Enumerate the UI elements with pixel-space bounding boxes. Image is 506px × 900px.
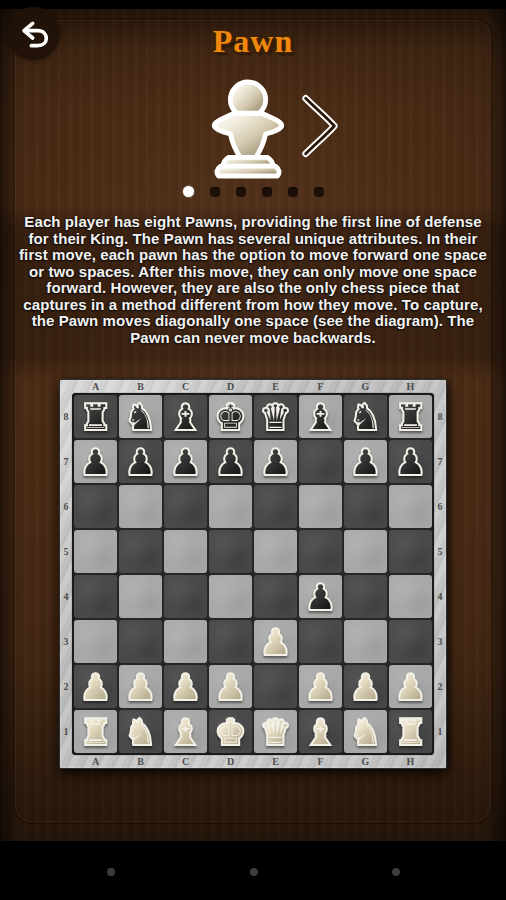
square-f7 [299, 440, 342, 483]
square-d6 [209, 485, 252, 528]
white-pawn-icon: ♟♟ [299, 665, 342, 708]
pawn-hero-icon [201, 75, 295, 179]
square-g8: ♞♞ [344, 395, 387, 438]
square-h8: ♜♜ [389, 395, 432, 438]
square-b8: ♞♞ [119, 395, 162, 438]
black-pawn-icon: ♟♟ [164, 440, 207, 483]
square-a7: ♟♟ [74, 440, 117, 483]
android-nav-bar [0, 841, 506, 900]
black-knight-icon: ♞♞ [344, 395, 387, 438]
carousel-dot-1[interactable] [183, 186, 194, 197]
white-pawn-icon: ♟♟ [119, 665, 162, 708]
square-e3: ♟♟ [254, 620, 297, 663]
file-labels-top: ABCDEFGH [74, 380, 432, 393]
file-label-a: A [74, 380, 117, 393]
square-d5 [209, 530, 252, 573]
next-page-chevron[interactable] [299, 92, 341, 160]
lesson-description: Each player has eight Pawns, providing t… [13, 214, 493, 346]
white-pawn-icon: ♟♟ [74, 665, 117, 708]
file-label-e: E [254, 380, 297, 393]
carousel-dot-6[interactable] [314, 187, 324, 197]
square-a1: ♜♜ [74, 710, 117, 753]
square-b1: ♞♞ [119, 710, 162, 753]
black-rook-icon: ♜♜ [74, 395, 117, 438]
rank-label-7: 7 [60, 440, 72, 483]
rank-labels-right: 87654321 [434, 395, 446, 753]
page-title: Pawn [0, 23, 506, 60]
carousel-dot-4[interactable] [262, 187, 272, 197]
square-f2: ♟♟ [299, 665, 342, 708]
rank-label-2: 2 [434, 665, 446, 708]
square-d7: ♟♟ [209, 440, 252, 483]
white-bishop-icon: ♝♝ [164, 710, 207, 753]
rank-labels-left: 87654321 [60, 395, 72, 753]
back-button[interactable] [7, 7, 60, 60]
chess-board: ABCDEFGH ABCDEFGH 87654321 87654321 ♜♜♞♞… [59, 379, 447, 769]
square-d2: ♟♟ [209, 665, 252, 708]
square-c5 [164, 530, 207, 573]
rank-label-3: 3 [434, 620, 446, 663]
board-inner-border: ♜♜♞♞♝♝♚♚♛♛♝♝♞♞♜♜♟♟♟♟♟♟♟♟♟♟♟♟♟♟♟♟♟♟♟♟♟♟♟♟… [72, 393, 434, 755]
square-e4 [254, 575, 297, 618]
black-king-icon: ♚♚ [209, 395, 252, 438]
square-g3 [344, 620, 387, 663]
square-c4 [164, 575, 207, 618]
file-label-a: A [74, 755, 117, 768]
square-e7: ♟♟ [254, 440, 297, 483]
square-g2: ♟♟ [344, 665, 387, 708]
white-king-icon: ♚♚ [209, 710, 252, 753]
square-c3 [164, 620, 207, 663]
file-label-h: H [389, 755, 432, 768]
square-h6 [389, 485, 432, 528]
square-h3 [389, 620, 432, 663]
rank-label-5: 5 [434, 530, 446, 573]
carousel-dots [0, 186, 506, 197]
white-pawn-icon: ♟♟ [209, 665, 252, 708]
square-f6 [299, 485, 342, 528]
black-bishop-icon: ♝♝ [299, 395, 342, 438]
square-a4 [74, 575, 117, 618]
rank-label-1: 1 [60, 710, 72, 753]
nav-bar-dots [107, 868, 400, 876]
white-knight-icon: ♞♞ [119, 710, 162, 753]
square-e1: ♛♛ [254, 710, 297, 753]
rank-label-5: 5 [60, 530, 72, 573]
square-g7: ♟♟ [344, 440, 387, 483]
black-bishop-icon: ♝♝ [164, 395, 207, 438]
square-h4 [389, 575, 432, 618]
square-d3 [209, 620, 252, 663]
square-f3 [299, 620, 342, 663]
black-pawn-icon: ♟♟ [389, 440, 432, 483]
square-b7: ♟♟ [119, 440, 162, 483]
square-d4 [209, 575, 252, 618]
square-g5 [344, 530, 387, 573]
black-queen-icon: ♛♛ [254, 395, 297, 438]
nav-dot-2 [250, 868, 258, 876]
square-c6 [164, 485, 207, 528]
square-e8: ♛♛ [254, 395, 297, 438]
square-e2 [254, 665, 297, 708]
square-c7: ♟♟ [164, 440, 207, 483]
black-pawn-icon: ♟♟ [74, 440, 117, 483]
white-bishop-icon: ♝♝ [299, 710, 342, 753]
file-label-d: D [209, 755, 252, 768]
square-b4 [119, 575, 162, 618]
rank-label-7: 7 [434, 440, 446, 483]
square-b6 [119, 485, 162, 528]
black-pawn-icon: ♟♟ [209, 440, 252, 483]
square-g1: ♞♞ [344, 710, 387, 753]
square-g6 [344, 485, 387, 528]
carousel-dot-2[interactable] [210, 187, 220, 197]
square-a8: ♜♜ [74, 395, 117, 438]
white-knight-icon: ♞♞ [344, 710, 387, 753]
rank-label-1: 1 [434, 710, 446, 753]
square-f1: ♝♝ [299, 710, 342, 753]
square-d1: ♚♚ [209, 710, 252, 753]
square-h1: ♜♜ [389, 710, 432, 753]
square-h5 [389, 530, 432, 573]
black-knight-icon: ♞♞ [119, 395, 162, 438]
square-e5 [254, 530, 297, 573]
carousel-dot-5[interactable] [288, 187, 298, 197]
file-label-h: H [389, 380, 432, 393]
square-f4: ♟♟ [299, 575, 342, 618]
square-h2: ♟♟ [389, 665, 432, 708]
square-h7: ♟♟ [389, 440, 432, 483]
white-pawn-icon: ♟♟ [254, 620, 297, 663]
file-label-b: B [119, 380, 162, 393]
file-label-g: G [344, 755, 387, 768]
white-rook-icon: ♜♜ [389, 710, 432, 753]
file-label-f: F [299, 755, 342, 768]
nav-dot-1 [107, 868, 115, 876]
white-pawn-icon: ♟♟ [344, 665, 387, 708]
rank-label-3: 3 [60, 620, 72, 663]
rank-label-8: 8 [434, 395, 446, 438]
file-label-g: G [344, 380, 387, 393]
square-a6 [74, 485, 117, 528]
square-c8: ♝♝ [164, 395, 207, 438]
square-b5 [119, 530, 162, 573]
square-b3 [119, 620, 162, 663]
rank-label-6: 6 [60, 485, 72, 528]
square-f5 [299, 530, 342, 573]
black-pawn-icon: ♟♟ [299, 575, 342, 618]
board-grid: ♜♜♞♞♝♝♚♚♛♛♝♝♞♞♜♜♟♟♟♟♟♟♟♟♟♟♟♟♟♟♟♟♟♟♟♟♟♟♟♟… [74, 395, 432, 753]
black-rook-icon: ♜♜ [389, 395, 432, 438]
white-queen-icon: ♛♛ [254, 710, 297, 753]
white-pawn-icon: ♟♟ [164, 665, 207, 708]
square-g4 [344, 575, 387, 618]
rank-label-8: 8 [60, 395, 72, 438]
black-pawn-icon: ♟♟ [344, 440, 387, 483]
file-label-c: C [164, 380, 207, 393]
carousel-dot-3[interactable] [236, 187, 246, 197]
rank-label-4: 4 [434, 575, 446, 618]
white-rook-icon: ♜♜ [74, 710, 117, 753]
black-pawn-icon: ♟♟ [254, 440, 297, 483]
file-labels-bottom: ABCDEFGH [74, 755, 432, 768]
black-pawn-icon: ♟♟ [119, 440, 162, 483]
rank-label-2: 2 [60, 665, 72, 708]
file-label-d: D [209, 380, 252, 393]
square-d8: ♚♚ [209, 395, 252, 438]
file-label-f: F [299, 380, 342, 393]
file-label-b: B [119, 755, 162, 768]
nav-dot-3 [392, 868, 400, 876]
status-bar [0, 0, 506, 9]
square-a5 [74, 530, 117, 573]
rank-label-6: 6 [434, 485, 446, 528]
file-label-c: C [164, 755, 207, 768]
back-arrow-icon [16, 16, 52, 52]
square-c1: ♝♝ [164, 710, 207, 753]
rank-label-4: 4 [60, 575, 72, 618]
square-e6 [254, 485, 297, 528]
square-f8: ♝♝ [299, 395, 342, 438]
file-label-e: E [254, 755, 297, 768]
square-b2: ♟♟ [119, 665, 162, 708]
square-a2: ♟♟ [74, 665, 117, 708]
white-pawn-icon: ♟♟ [389, 665, 432, 708]
square-c2: ♟♟ [164, 665, 207, 708]
square-a3 [74, 620, 117, 663]
